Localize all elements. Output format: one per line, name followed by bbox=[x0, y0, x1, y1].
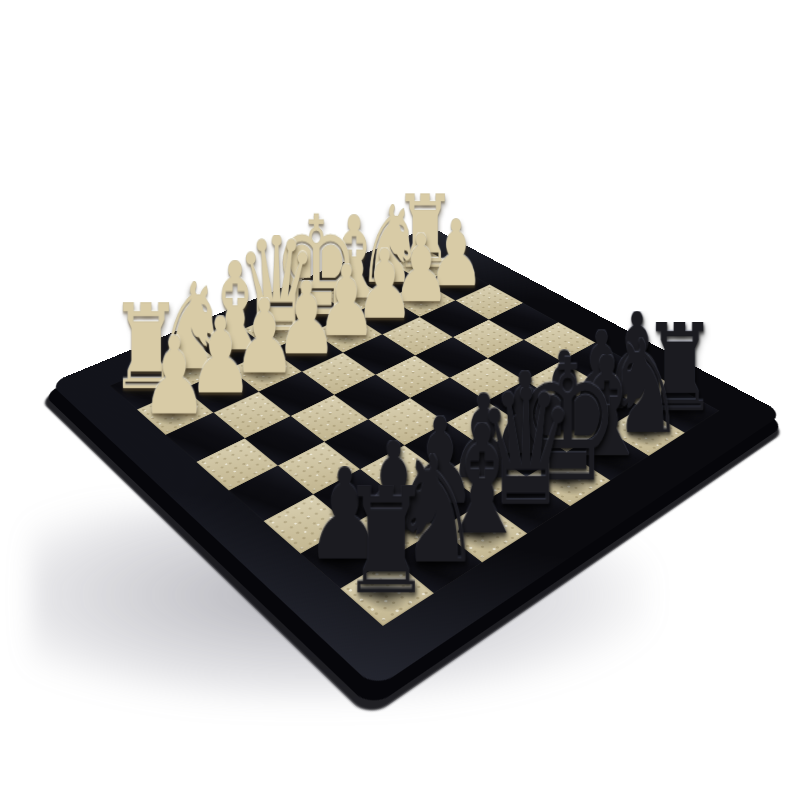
square-a8: ♜ bbox=[340, 558, 434, 626]
board-grid: ♜♟♟♜♞♟♟♞♝♟♟♝♚♟♟♚♛♟♟♛♝♟♟♝♞♟♟♞♜♟♟♜ bbox=[110, 251, 720, 626]
chessboard: ♜♟♟♜♞♟♟♞♝♟♟♝♚♟♟♚♛♟♟♛♝♟♟♝♞♟♟♞♜♟♟♜ bbox=[50, 227, 784, 689]
chess-set-photo: ♜♟♟♜♞♟♟♞♝♟♟♝♚♟♟♚♛♟♟♛♝♟♟♝♞♟♟♞♜♟♟♜ bbox=[150, 138, 670, 658]
board-frame: ♜♟♟♜♞♟♟♞♝♟♟♝♚♟♟♚♛♟♟♛♝♟♟♝♞♟♟♞♜♟♟♜ bbox=[50, 227, 784, 689]
piece-white-pawn-a2: ♟ bbox=[101, 334, 247, 418]
piece-black-rook-a8: ♜ bbox=[297, 485, 474, 600]
photo-canvas: ♜♟♟♜♞♟♟♞♝♟♟♝♚♟♟♚♛♟♟♛♝♟♟♝♞♟♟♞♜♟♟♜ bbox=[0, 0, 800, 800]
